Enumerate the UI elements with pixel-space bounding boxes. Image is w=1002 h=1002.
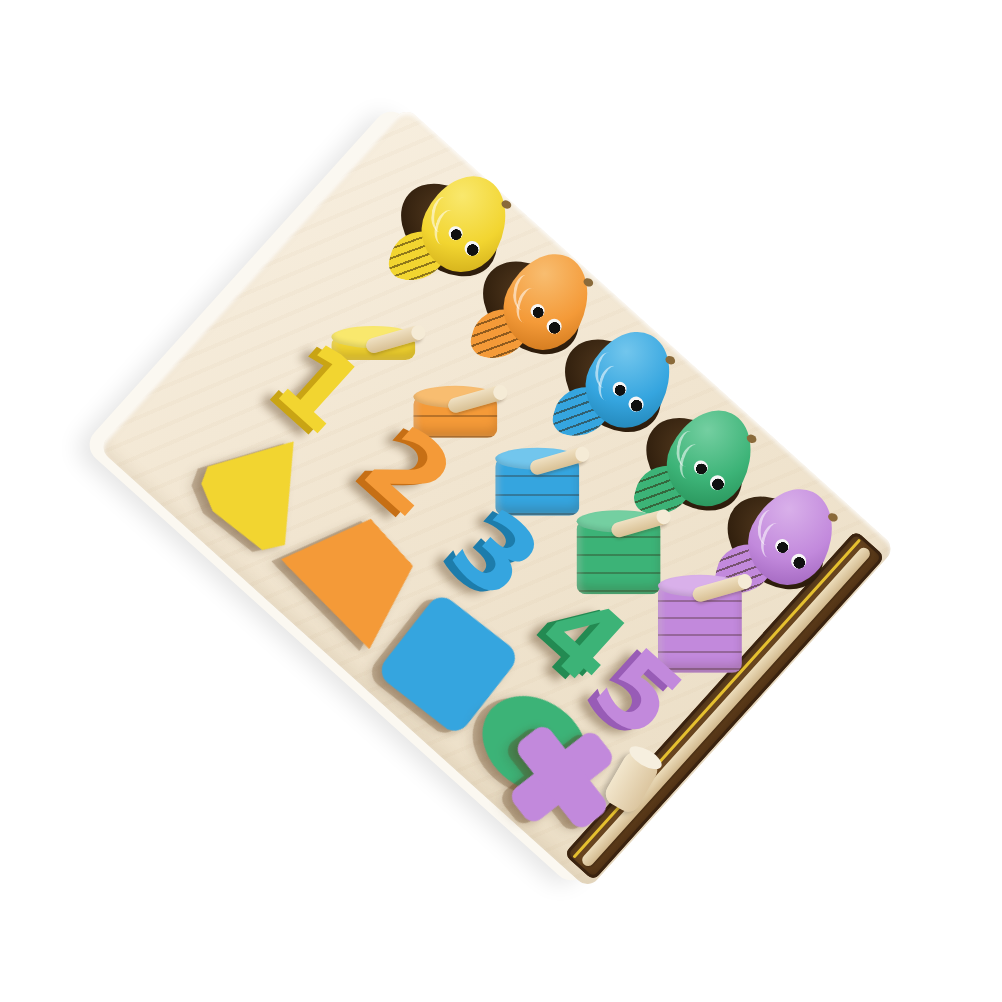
product-photo-scene: 1 — [0, 0, 1002, 1002]
magnet-dot — [826, 511, 838, 523]
column-5-purple: 5 — [98, 106, 896, 889]
fish-eye — [789, 551, 809, 571]
puzzle-board-wrap: 1 — [98, 106, 896, 889]
puzzle-board: 1 — [98, 106, 896, 889]
